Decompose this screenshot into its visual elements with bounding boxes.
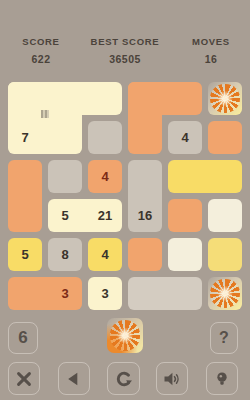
game-screen: SCORE 622 BEST SCORE 36505 MOVES 16 7441… xyxy=(0,0,250,400)
tile-8[interactable] xyxy=(48,238,82,271)
tile-3[interactable] xyxy=(8,277,82,310)
score-block: SCORE 622 xyxy=(4,36,78,65)
tile-4[interactable] xyxy=(168,121,202,154)
close-button[interactable] xyxy=(8,362,40,395)
tile-5-21[interactable] xyxy=(48,199,122,232)
tile-orange[interactable] xyxy=(128,82,162,154)
tile-4[interactable] xyxy=(88,238,122,271)
back-triangle-icon xyxy=(64,369,84,389)
tile-16[interactable] xyxy=(128,160,162,232)
help-text: ? xyxy=(219,329,229,347)
score-value: 622 xyxy=(4,53,78,65)
hint-button[interactable] xyxy=(206,362,238,395)
tile-marker-dot xyxy=(41,110,49,118)
score-label: SCORE xyxy=(4,36,78,47)
lightbulb-icon xyxy=(212,369,232,389)
restart-icon xyxy=(114,369,134,389)
tile-orange[interactable] xyxy=(128,238,162,271)
tile-gray[interactable] xyxy=(88,121,122,154)
best-score-value: 36505 xyxy=(78,53,172,65)
swirl-icon xyxy=(210,84,239,112)
moves-block: MOVES 16 xyxy=(180,36,242,65)
tile-4[interactable] xyxy=(88,160,122,193)
sound-button[interactable] xyxy=(156,362,188,395)
tile-cream-pale[interactable] xyxy=(168,238,202,271)
tile-5[interactable] xyxy=(8,238,42,271)
tile-orange[interactable] xyxy=(8,160,42,232)
moves-value: 16 xyxy=(180,53,242,65)
best-score-label: BEST SCORE xyxy=(78,36,172,47)
swirl-icon xyxy=(110,320,141,350)
tile-wild[interactable] xyxy=(208,82,242,115)
speaker-icon xyxy=(162,369,182,389)
help-button[interactable]: ? xyxy=(210,322,238,354)
tile-gray-light[interactable] xyxy=(128,277,202,310)
best-score-block: BEST SCORE 36505 xyxy=(78,36,172,65)
restart-button[interactable] xyxy=(107,362,140,395)
tile-cream-pale[interactable] xyxy=(208,199,242,232)
tile-7[interactable] xyxy=(8,82,82,154)
counter-text: 6 xyxy=(18,328,27,348)
tiles-left-counter[interactable]: 6 xyxy=(8,322,38,354)
tile-orange[interactable] xyxy=(168,199,202,232)
tile-yellow-pale[interactable] xyxy=(208,238,242,271)
tile-wild[interactable] xyxy=(208,277,242,310)
tile-yellow[interactable] xyxy=(168,160,242,193)
tile-gray[interactable] xyxy=(48,160,82,193)
moves-label: MOVES xyxy=(180,36,242,47)
undo-button[interactable] xyxy=(58,362,90,395)
swirl-icon xyxy=(210,279,239,307)
tile-orange[interactable] xyxy=(208,121,242,154)
next-tile-preview[interactable] xyxy=(107,318,143,353)
tile-3[interactable] xyxy=(88,277,122,310)
close-icon xyxy=(14,369,34,389)
